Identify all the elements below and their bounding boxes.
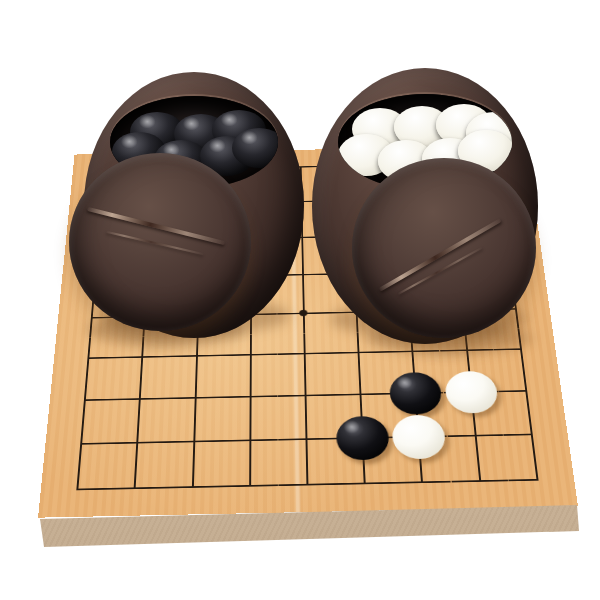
intersection-e8[interactable] [278,417,335,463]
intersection-a6[interactable] [59,337,117,379]
intersection-i9[interactable] [506,457,569,505]
white-bowl-lid [352,158,536,338]
intersection-i8[interactable] [501,412,563,458]
black-bowl-lid [69,153,251,331]
intersection-c7[interactable] [167,376,224,420]
intersection-a8[interactable] [51,421,111,467]
black-stone-in-bowl [232,128,278,168]
intersection-e7[interactable] [278,374,334,418]
intersection-h8[interactable] [445,413,506,459]
go-set-scene [0,0,600,600]
lid-scratch-mark [379,219,502,292]
intersection-b8[interactable] [108,420,167,466]
black-stone[interactable] [389,372,443,415]
intersection-f9[interactable] [335,460,395,508]
intersection-h9[interactable] [449,458,511,506]
intersection-g7[interactable] [387,372,445,416]
intersection-f8[interactable] [334,416,392,462]
intersection-a9[interactable] [46,466,107,514]
intersection-e6[interactable] [277,333,332,375]
intersection-c8[interactable] [165,419,223,465]
white-stone[interactable] [392,415,447,460]
intersection-h7[interactable] [442,370,501,414]
white-stone[interactable] [444,371,499,414]
intersection-d9[interactable] [221,463,279,511]
intersection-b9[interactable] [105,465,165,513]
intersection-e9[interactable] [278,461,336,509]
tengen-star-point [300,310,308,317]
intersection-a7[interactable] [55,378,114,422]
intersection-d6[interactable] [223,334,278,376]
intersection-d7[interactable] [222,375,278,419]
intersection-g8[interactable] [390,414,450,460]
intersection-d8[interactable] [222,418,279,464]
intersection-g9[interactable] [392,459,453,507]
lid-scratch-mark [87,207,226,245]
black-stone[interactable] [336,416,390,461]
intersection-c9[interactable] [163,464,222,512]
intersection-f7[interactable] [332,373,389,417]
intersection-i7[interactable] [496,369,557,413]
intersection-b7[interactable] [111,377,169,421]
